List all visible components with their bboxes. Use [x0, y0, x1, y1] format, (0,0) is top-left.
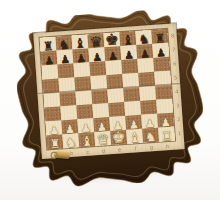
file-label-c: c	[79, 146, 96, 156]
square-f3[interactable]	[124, 101, 141, 116]
square-e3[interactable]	[108, 102, 125, 117]
square-a1[interactable]: ♜	[46, 134, 63, 149]
square-h1[interactable]: ♜	[158, 127, 175, 142]
square-h7[interactable]: ♟	[152, 43, 169, 58]
square-a4[interactable]	[43, 93, 60, 108]
chess-box: ♜♞♝♛♚♝♞♜♟♟♟♟♟♟♟♟♟♟♟♟♟♟♟♟♜♞♝♛♚♝♞♜ 8765432…	[12, 7, 208, 191]
square-c3[interactable]	[76, 104, 93, 119]
square-h6[interactable]	[153, 57, 170, 72]
square-b4[interactable]	[59, 91, 76, 106]
square-g6[interactable]	[137, 58, 154, 73]
file-label-g: g	[143, 142, 160, 152]
rank-label-6: 6	[170, 56, 179, 71]
square-h3[interactable]	[156, 99, 173, 114]
rank-label-2: 2	[174, 112, 183, 127]
square-e8[interactable]: ♚	[103, 32, 120, 47]
square-b3[interactable]	[60, 105, 77, 120]
square-d1[interactable]: ♛	[94, 131, 111, 146]
rank-label-1: 1	[175, 126, 184, 141]
square-d3[interactable]	[92, 103, 109, 118]
square-f1[interactable]: ♝	[126, 129, 143, 144]
square-f8[interactable]: ♝	[119, 31, 136, 46]
file-label-f: f	[127, 143, 144, 153]
square-a3[interactable]	[44, 106, 61, 121]
square-f7[interactable]: ♟	[120, 45, 137, 60]
square-g3[interactable]	[140, 100, 157, 115]
square-c1[interactable]: ♝	[78, 132, 95, 147]
square-e6[interactable]	[105, 60, 122, 75]
square-a2[interactable]: ♟	[45, 120, 62, 135]
brass-latch-icon	[55, 151, 71, 159]
square-h2[interactable]: ♟	[157, 113, 174, 128]
square-a8[interactable]: ♜	[40, 37, 57, 52]
square-h8[interactable]: ♜	[151, 29, 168, 44]
square-d8[interactable]: ♛	[87, 33, 104, 48]
square-f6[interactable]	[121, 59, 138, 74]
playing-surface: ♜♞♝♛♚♝♞♜♟♟♟♟♟♟♟♟♟♟♟♟♟♟♟♟♜♞♝♛♚♝♞♜ 8765432…	[33, 23, 184, 159]
rank-label-3: 3	[173, 98, 182, 113]
square-e4[interactable]	[107, 88, 124, 103]
square-b6[interactable]	[57, 63, 74, 78]
square-a6[interactable]	[42, 65, 59, 80]
square-d4[interactable]	[91, 89, 108, 104]
square-e7[interactable]: ♟	[104, 46, 121, 61]
square-c4[interactable]	[75, 90, 92, 105]
rank-label-7: 7	[169, 42, 178, 57]
square-b2[interactable]: ♟	[61, 119, 78, 134]
square-h4[interactable]	[155, 85, 172, 100]
square-d6[interactable]	[89, 61, 106, 76]
square-g4[interactable]	[139, 86, 156, 101]
square-c6[interactable]	[73, 62, 90, 77]
square-g8[interactable]: ♞	[135, 30, 152, 45]
rank-label-8: 8	[168, 28, 177, 43]
chess-set-photo: ♜♞♝♛♚♝♞♜♟♟♟♟♟♟♟♟♟♟♟♟♟♟♟♟♜♞♝♛♚♝♞♜ 8765432…	[0, 0, 220, 200]
square-c8[interactable]: ♝	[71, 34, 88, 49]
square-e1[interactable]: ♚	[110, 130, 127, 145]
square-g1[interactable]: ♞	[142, 128, 159, 143]
square-g7[interactable]: ♟	[136, 44, 153, 59]
square-b1[interactable]: ♞	[62, 133, 79, 148]
file-label-h: h	[159, 141, 176, 151]
latch-ring-icon	[50, 151, 58, 159]
rank-label-4: 4	[172, 84, 181, 99]
file-label-d: d	[95, 145, 112, 155]
square-f4[interactable]	[123, 87, 140, 102]
square-c7[interactable]: ♟	[72, 48, 89, 63]
square-g2[interactable]: ♟	[141, 114, 158, 129]
square-b7[interactable]: ♟	[56, 49, 73, 64]
square-b8[interactable]: ♞	[56, 36, 73, 51]
file-label-e: e	[111, 144, 128, 154]
square-a7[interactable]: ♟	[41, 51, 58, 66]
square-d7[interactable]: ♟	[88, 47, 105, 62]
